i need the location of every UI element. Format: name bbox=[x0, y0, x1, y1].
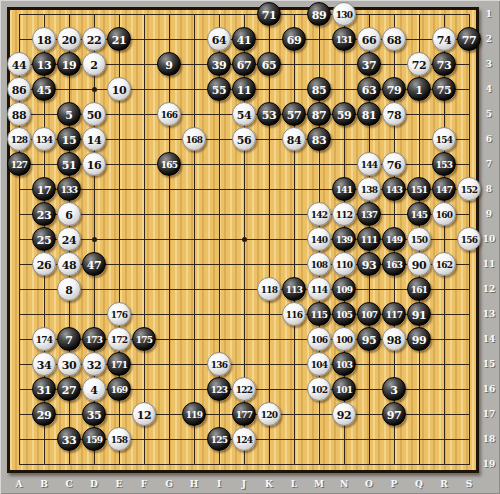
move-number: 69 bbox=[287, 34, 301, 45]
stone-D2: 22 bbox=[82, 27, 106, 51]
row-label-12: 12 bbox=[481, 282, 497, 296]
stone-C3: 19 bbox=[57, 52, 81, 76]
move-number: 168 bbox=[186, 135, 202, 144]
stone-F17: 12 bbox=[132, 402, 156, 426]
move-number: 176 bbox=[111, 310, 127, 319]
move-number: 86 bbox=[12, 84, 26, 95]
move-number: 159 bbox=[86, 435, 102, 444]
move-number: 123 bbox=[211, 385, 227, 394]
row-label-2: 2 bbox=[481, 32, 497, 46]
move-number: 78 bbox=[387, 109, 401, 120]
move-number: 73 bbox=[437, 59, 451, 70]
stone-S8: 152 bbox=[457, 177, 481, 201]
stone-L5: 57 bbox=[282, 102, 306, 126]
move-number: 50 bbox=[87, 109, 101, 120]
move-number: 33 bbox=[62, 434, 76, 445]
stone-I4: 55 bbox=[207, 77, 231, 101]
stone-N9: 112 bbox=[332, 202, 356, 226]
col-label-Q: Q bbox=[412, 477, 426, 491]
stone-O7: 144 bbox=[357, 152, 381, 176]
col-label-O: O bbox=[362, 477, 376, 491]
stone-H6: 168 bbox=[182, 127, 206, 151]
grid-line bbox=[19, 14, 470, 15]
col-label-A: A bbox=[12, 477, 26, 491]
stone-I16: 123 bbox=[207, 377, 231, 401]
stone-A3: 44 bbox=[7, 52, 31, 76]
stone-O4: 63 bbox=[357, 77, 381, 101]
row-label-3: 3 bbox=[481, 57, 497, 71]
move-number: 137 bbox=[361, 210, 377, 219]
move-number: 47 bbox=[87, 259, 101, 270]
move-number: 114 bbox=[311, 285, 327, 294]
move-number: 139 bbox=[336, 235, 352, 244]
stone-E4: 10 bbox=[107, 77, 131, 101]
stone-N17: 92 bbox=[332, 402, 356, 426]
stone-D11: 47 bbox=[82, 252, 106, 276]
stone-C8: 133 bbox=[57, 177, 81, 201]
move-number: 19 bbox=[62, 59, 76, 70]
stone-I15: 136 bbox=[207, 352, 231, 376]
stone-D18: 159 bbox=[82, 427, 106, 451]
move-number: 31 bbox=[37, 384, 51, 395]
stone-Q13: 91 bbox=[407, 302, 431, 326]
move-number: 103 bbox=[336, 360, 352, 369]
move-number: 20 bbox=[62, 34, 76, 45]
stone-S10: 156 bbox=[457, 227, 481, 251]
row-label-8: 8 bbox=[481, 182, 497, 196]
stone-R3: 73 bbox=[432, 52, 456, 76]
stone-M16: 102 bbox=[307, 377, 331, 401]
move-number: 48 bbox=[62, 259, 76, 270]
stone-Q14: 99 bbox=[407, 327, 431, 351]
row-label-9: 9 bbox=[481, 207, 497, 221]
move-number: 71 bbox=[262, 9, 276, 20]
move-number: 105 bbox=[336, 310, 352, 319]
move-number: 147 bbox=[436, 185, 452, 194]
stone-O11: 93 bbox=[357, 252, 381, 276]
stone-M15: 104 bbox=[307, 352, 331, 376]
stone-B9: 23 bbox=[32, 202, 56, 226]
move-number: 27 bbox=[62, 384, 76, 395]
stone-J4: 11 bbox=[232, 77, 256, 101]
move-number: 12 bbox=[137, 409, 151, 420]
move-number: 2 bbox=[90, 59, 98, 70]
stone-E2: 21 bbox=[107, 27, 131, 51]
stone-O2: 66 bbox=[357, 27, 381, 51]
move-number: 17 bbox=[37, 184, 51, 195]
move-number: 3 bbox=[390, 384, 398, 395]
row-label-10: 10 bbox=[481, 232, 497, 246]
move-number: 142 bbox=[311, 210, 327, 219]
stone-A5: 88 bbox=[7, 102, 31, 126]
stone-C15: 30 bbox=[57, 352, 81, 376]
stone-H17: 119 bbox=[182, 402, 206, 426]
move-number: 67 bbox=[237, 59, 251, 70]
move-number: 45 bbox=[37, 84, 51, 95]
move-number: 10 bbox=[112, 84, 126, 95]
stone-B3: 13 bbox=[32, 52, 56, 76]
col-label-K: K bbox=[262, 477, 276, 491]
row-label-16: 16 bbox=[481, 382, 497, 396]
move-number: 65 bbox=[262, 59, 276, 70]
stone-M5: 87 bbox=[307, 102, 331, 126]
stone-J2: 41 bbox=[232, 27, 256, 51]
stone-N8: 141 bbox=[332, 177, 356, 201]
stone-P14: 98 bbox=[382, 327, 406, 351]
stone-C12: 8 bbox=[57, 277, 81, 301]
move-number: 77 bbox=[462, 34, 476, 45]
stone-J17: 177 bbox=[232, 402, 256, 426]
move-number: 35 bbox=[87, 409, 101, 420]
move-number: 89 bbox=[312, 9, 326, 20]
stone-M12: 114 bbox=[307, 277, 331, 301]
move-number: 91 bbox=[412, 309, 426, 320]
row-label-11: 11 bbox=[481, 257, 497, 271]
stone-M13: 115 bbox=[307, 302, 331, 326]
stone-M6: 83 bbox=[307, 127, 331, 151]
move-number: 59 bbox=[337, 109, 351, 120]
move-number: 175 bbox=[136, 335, 152, 344]
move-number: 115 bbox=[311, 310, 327, 319]
stone-R8: 147 bbox=[432, 177, 456, 201]
stone-Q8: 151 bbox=[407, 177, 431, 201]
move-number: 54 bbox=[237, 109, 251, 120]
col-label-P: P bbox=[387, 477, 401, 491]
move-number: 127 bbox=[11, 160, 27, 169]
col-label-D: D bbox=[87, 477, 101, 491]
move-number: 51 bbox=[62, 159, 76, 170]
stone-G5: 166 bbox=[157, 102, 181, 126]
move-number: 122 bbox=[236, 385, 252, 394]
move-number: 112 bbox=[336, 210, 352, 219]
move-number: 55 bbox=[212, 84, 226, 95]
grid-line bbox=[19, 464, 470, 465]
move-number: 29 bbox=[37, 409, 51, 420]
move-number: 23 bbox=[37, 209, 51, 220]
stone-K12: 118 bbox=[257, 277, 281, 301]
stone-B15: 34 bbox=[32, 352, 56, 376]
row-label-19: 19 bbox=[481, 457, 497, 471]
row-label-14: 14 bbox=[481, 332, 497, 346]
move-number: 160 bbox=[436, 210, 452, 219]
stone-J16: 122 bbox=[232, 377, 256, 401]
move-number: 131 bbox=[336, 35, 352, 44]
stone-N2: 131 bbox=[332, 27, 356, 51]
move-number: 109 bbox=[336, 285, 352, 294]
stone-C7: 51 bbox=[57, 152, 81, 176]
stone-I2: 64 bbox=[207, 27, 231, 51]
move-number: 120 bbox=[261, 410, 277, 419]
stone-J18: 124 bbox=[232, 427, 256, 451]
stone-K1: 71 bbox=[257, 2, 281, 26]
grid-line bbox=[19, 289, 470, 290]
move-number: 88 bbox=[12, 109, 26, 120]
stone-N13: 105 bbox=[332, 302, 356, 326]
star-point bbox=[242, 237, 247, 242]
stone-E18: 158 bbox=[107, 427, 131, 451]
move-number: 5 bbox=[65, 109, 73, 120]
move-number: 108 bbox=[311, 260, 327, 269]
col-label-C: C bbox=[62, 477, 76, 491]
move-number: 4 bbox=[90, 384, 98, 395]
move-number: 111 bbox=[361, 235, 377, 244]
move-number: 171 bbox=[111, 360, 127, 369]
row-label-4: 4 bbox=[481, 82, 497, 96]
move-number: 44 bbox=[12, 59, 26, 70]
move-number: 56 bbox=[237, 134, 251, 145]
move-number: 13 bbox=[37, 59, 51, 70]
stone-D15: 32 bbox=[82, 352, 106, 376]
stone-D7: 16 bbox=[82, 152, 106, 176]
move-number: 66 bbox=[362, 34, 376, 45]
stone-R2: 74 bbox=[432, 27, 456, 51]
row-label-1: 1 bbox=[481, 7, 497, 21]
col-label-I: I bbox=[212, 477, 226, 491]
stone-L6: 84 bbox=[282, 127, 306, 151]
stone-N1: 130 bbox=[332, 2, 356, 26]
move-number: 144 bbox=[361, 160, 377, 169]
stone-D3: 2 bbox=[82, 52, 106, 76]
stone-B4: 45 bbox=[32, 77, 56, 101]
move-number: 30 bbox=[62, 359, 76, 370]
move-number: 21 bbox=[112, 34, 126, 45]
col-label-L: L bbox=[287, 477, 301, 491]
move-number: 15 bbox=[62, 134, 76, 145]
col-label-S: S bbox=[462, 477, 476, 491]
move-number: 173 bbox=[86, 335, 102, 344]
move-number: 101 bbox=[336, 385, 352, 394]
move-number: 154 bbox=[436, 135, 452, 144]
stone-K17: 120 bbox=[257, 402, 281, 426]
move-number: 149 bbox=[386, 235, 402, 244]
stone-P11: 163 bbox=[382, 252, 406, 276]
move-number: 153 bbox=[436, 160, 452, 169]
stone-C10: 24 bbox=[57, 227, 81, 251]
move-number: 150 bbox=[411, 235, 427, 244]
move-number: 107 bbox=[361, 310, 377, 319]
stone-M1: 89 bbox=[307, 2, 331, 26]
stone-P2: 68 bbox=[382, 27, 406, 51]
stone-G3: 9 bbox=[157, 52, 181, 76]
move-number: 81 bbox=[362, 109, 376, 120]
move-number: 9 bbox=[165, 59, 173, 70]
move-number: 37 bbox=[362, 59, 376, 70]
move-number: 169 bbox=[111, 385, 127, 394]
move-number: 102 bbox=[311, 385, 327, 394]
stone-D6: 14 bbox=[82, 127, 106, 151]
row-label-6: 6 bbox=[481, 132, 497, 146]
move-number: 100 bbox=[336, 335, 352, 344]
stone-E16: 169 bbox=[107, 377, 131, 401]
move-number: 124 bbox=[236, 435, 252, 444]
stone-K3: 65 bbox=[257, 52, 281, 76]
stone-R11: 162 bbox=[432, 252, 456, 276]
stone-A7: 127 bbox=[7, 152, 31, 176]
star-point bbox=[92, 87, 97, 92]
move-number: 22 bbox=[87, 34, 101, 45]
stone-O3: 37 bbox=[357, 52, 381, 76]
col-label-J: J bbox=[237, 477, 251, 491]
stone-O13: 107 bbox=[357, 302, 381, 326]
move-number: 24 bbox=[62, 234, 76, 245]
move-number: 161 bbox=[411, 285, 427, 294]
stone-P7: 76 bbox=[382, 152, 406, 176]
move-number: 174 bbox=[36, 335, 52, 344]
stone-D14: 173 bbox=[82, 327, 106, 351]
move-number: 57 bbox=[287, 109, 301, 120]
move-number: 141 bbox=[336, 185, 352, 194]
move-number: 143 bbox=[386, 185, 402, 194]
move-number: 85 bbox=[312, 84, 326, 95]
col-label-B: B bbox=[37, 477, 51, 491]
move-number: 163 bbox=[386, 260, 402, 269]
move-number: 138 bbox=[361, 185, 377, 194]
stone-D16: 4 bbox=[82, 377, 106, 401]
stone-R9: 160 bbox=[432, 202, 456, 226]
stone-B6: 134 bbox=[32, 127, 56, 151]
stone-F14: 175 bbox=[132, 327, 156, 351]
move-number: 133 bbox=[61, 185, 77, 194]
move-number: 76 bbox=[387, 159, 401, 170]
move-number: 165 bbox=[161, 160, 177, 169]
stone-I18: 125 bbox=[207, 427, 231, 451]
stone-J6: 56 bbox=[232, 127, 256, 151]
col-label-R: R bbox=[437, 477, 451, 491]
stone-N10: 139 bbox=[332, 227, 356, 251]
stone-P17: 97 bbox=[382, 402, 406, 426]
move-number: 119 bbox=[186, 410, 202, 419]
stone-C2: 20 bbox=[57, 27, 81, 51]
stone-M9: 142 bbox=[307, 202, 331, 226]
move-number: 158 bbox=[111, 435, 127, 444]
move-number: 98 bbox=[387, 334, 401, 345]
move-number: 106 bbox=[311, 335, 327, 344]
move-number: 95 bbox=[362, 334, 376, 345]
move-number: 116 bbox=[286, 310, 302, 319]
col-label-G: G bbox=[162, 477, 176, 491]
stone-M14: 106 bbox=[307, 327, 331, 351]
stone-A6: 128 bbox=[7, 127, 31, 151]
move-number: 151 bbox=[411, 185, 427, 194]
move-number: 84 bbox=[287, 134, 301, 145]
move-number: 83 bbox=[312, 134, 326, 145]
row-label-18: 18 bbox=[481, 432, 497, 446]
row-label-5: 5 bbox=[481, 107, 497, 121]
move-number: 6 bbox=[65, 209, 73, 220]
move-number: 79 bbox=[387, 84, 401, 95]
move-number: 72 bbox=[412, 59, 426, 70]
stone-L12: 113 bbox=[282, 277, 306, 301]
stone-D5: 50 bbox=[82, 102, 106, 126]
stone-A4: 86 bbox=[7, 77, 31, 101]
move-number: 1 bbox=[415, 84, 423, 95]
stone-N14: 100 bbox=[332, 327, 356, 351]
go-diagram: 7189130182022216441691316668747744131929… bbox=[0, 0, 500, 494]
stone-O8: 138 bbox=[357, 177, 381, 201]
stone-K5: 53 bbox=[257, 102, 281, 126]
stone-Q9: 145 bbox=[407, 202, 431, 226]
stone-P4: 79 bbox=[382, 77, 406, 101]
stone-Q10: 150 bbox=[407, 227, 431, 251]
stone-O9: 137 bbox=[357, 202, 381, 226]
stone-J5: 54 bbox=[232, 102, 256, 126]
move-number: 41 bbox=[237, 34, 251, 45]
stone-N15: 103 bbox=[332, 352, 356, 376]
move-number: 75 bbox=[437, 84, 451, 95]
stone-O10: 111 bbox=[357, 227, 381, 251]
move-number: 156 bbox=[461, 235, 477, 244]
move-number: 140 bbox=[311, 235, 327, 244]
stone-G7: 165 bbox=[157, 152, 181, 176]
stone-N12: 109 bbox=[332, 277, 356, 301]
move-number: 8 bbox=[65, 284, 73, 295]
col-label-H: H bbox=[187, 477, 201, 491]
stone-B8: 17 bbox=[32, 177, 56, 201]
move-number: 18 bbox=[37, 34, 51, 45]
stone-M4: 85 bbox=[307, 77, 331, 101]
move-number: 118 bbox=[261, 285, 277, 294]
move-number: 162 bbox=[436, 260, 452, 269]
stone-L13: 116 bbox=[282, 302, 306, 326]
move-number: 53 bbox=[262, 109, 276, 120]
move-number: 166 bbox=[161, 110, 177, 119]
stone-O5: 81 bbox=[357, 102, 381, 126]
row-label-15: 15 bbox=[481, 357, 497, 371]
move-number: 68 bbox=[387, 34, 401, 45]
stone-C9: 6 bbox=[57, 202, 81, 226]
stone-P13: 117 bbox=[382, 302, 406, 326]
stone-B17: 29 bbox=[32, 402, 56, 426]
move-number: 152 bbox=[461, 185, 477, 194]
move-number: 99 bbox=[412, 334, 426, 345]
stone-C5: 5 bbox=[57, 102, 81, 126]
stone-N5: 59 bbox=[332, 102, 356, 126]
star-point bbox=[92, 237, 97, 242]
move-number: 87 bbox=[312, 109, 326, 120]
move-number: 97 bbox=[387, 409, 401, 420]
move-number: 25 bbox=[37, 234, 51, 245]
move-number: 34 bbox=[37, 359, 51, 370]
move-number: 26 bbox=[37, 259, 51, 270]
col-label-M: M bbox=[312, 477, 326, 491]
stone-C14: 7 bbox=[57, 327, 81, 351]
move-number: 177 bbox=[236, 410, 252, 419]
stone-L2: 69 bbox=[282, 27, 306, 51]
move-number: 11 bbox=[237, 84, 251, 95]
stone-S2: 77 bbox=[457, 27, 481, 51]
move-number: 64 bbox=[212, 34, 226, 45]
move-number: 104 bbox=[311, 360, 327, 369]
stone-B11: 26 bbox=[32, 252, 56, 276]
stone-C11: 48 bbox=[57, 252, 81, 276]
stone-E14: 172 bbox=[107, 327, 131, 351]
stone-E15: 171 bbox=[107, 352, 131, 376]
stone-B16: 31 bbox=[32, 377, 56, 401]
stone-N16: 101 bbox=[332, 377, 356, 401]
stone-C18: 33 bbox=[57, 427, 81, 451]
move-number: 7 bbox=[65, 334, 73, 345]
stone-R7: 153 bbox=[432, 152, 456, 176]
move-number: 39 bbox=[212, 59, 226, 70]
move-number: 63 bbox=[362, 84, 376, 95]
stone-I3: 39 bbox=[207, 52, 231, 76]
col-label-N: N bbox=[337, 477, 351, 491]
move-number: 117 bbox=[386, 310, 402, 319]
stone-R6: 154 bbox=[432, 127, 456, 151]
stone-B10: 25 bbox=[32, 227, 56, 251]
stone-O14: 95 bbox=[357, 327, 381, 351]
stone-P5: 78 bbox=[382, 102, 406, 126]
